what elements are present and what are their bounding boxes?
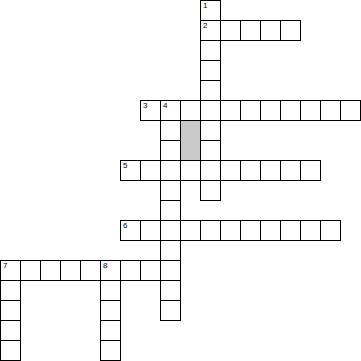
crossword-cell[interactable] (120, 260, 141, 281)
crossword-cell[interactable] (300, 160, 321, 181)
crossword-cell[interactable] (180, 100, 201, 121)
crossword-cell[interactable] (0, 320, 21, 341)
crossword-cell[interactable] (40, 260, 61, 281)
crossword-cell[interactable] (160, 260, 181, 281)
crossword-cell[interactable] (0, 280, 21, 301)
crossword-cell[interactable] (220, 160, 241, 181)
crossword-cell[interactable]: 4 (160, 100, 181, 121)
crossword-cell[interactable]: 1 (200, 0, 221, 21)
crossword-cell[interactable] (160, 220, 181, 241)
crossword-cell[interactable] (180, 160, 201, 181)
crossword-cell[interactable] (200, 220, 221, 241)
crossword-cell[interactable] (20, 260, 41, 281)
crossword-cell[interactable]: 7 (0, 260, 21, 281)
crossword-cell[interactable] (140, 160, 161, 181)
crossword-cell[interactable] (220, 100, 241, 121)
crossword-cell[interactable] (180, 220, 201, 241)
crossword-cell[interactable] (260, 100, 281, 121)
crossword-cell[interactable] (280, 220, 301, 241)
crossword-cell[interactable] (240, 20, 261, 41)
crossword-cell[interactable] (60, 260, 81, 281)
crossword-cell[interactable] (100, 320, 121, 341)
crossword-cell[interactable] (100, 340, 121, 361)
crossword-cell[interactable] (200, 60, 221, 81)
crossword-cell[interactable] (260, 220, 281, 241)
crossword-cell[interactable] (260, 20, 281, 41)
crossword-cell[interactable] (200, 100, 221, 121)
crossword-cell[interactable] (280, 160, 301, 181)
crossword-cell[interactable] (140, 220, 161, 241)
crossword-cell[interactable] (200, 140, 221, 161)
clue-number: 2 (203, 21, 207, 30)
crossword-cell[interactable] (160, 180, 181, 201)
crossword-cell[interactable] (240, 100, 261, 121)
crossword-cell[interactable] (80, 260, 101, 281)
crossword-cell[interactable] (200, 180, 221, 201)
crossword-cell[interactable] (300, 220, 321, 241)
clue-number: 1 (203, 1, 207, 10)
crossword-cell[interactable] (240, 160, 261, 181)
crossword-cell[interactable] (100, 280, 121, 301)
crossword-cell[interactable] (160, 300, 181, 321)
crossword-cell[interactable] (200, 120, 221, 141)
crossword-cell[interactable] (160, 160, 181, 181)
crossword-cell[interactable] (0, 340, 21, 361)
crossword-cell[interactable]: 2 (200, 20, 221, 41)
crossword-cell[interactable] (220, 220, 241, 241)
crossword-cell[interactable] (300, 100, 321, 121)
crossword-cell[interactable] (280, 20, 301, 41)
clue-number: 6 (123, 221, 127, 230)
crossword-cell[interactable] (240, 220, 261, 241)
clue-number: 7 (3, 261, 7, 270)
crossword-cell[interactable] (160, 200, 181, 221)
crossword-cell[interactable] (160, 280, 181, 301)
crossword-board: 12345678 (0, 0, 361, 361)
crossword-cell[interactable] (220, 20, 241, 41)
crossword-cell[interactable]: 8 (100, 260, 121, 281)
crossword-cell[interactable]: 6 (120, 220, 141, 241)
crossword-cell[interactable] (320, 220, 341, 241)
highlighted-cell-block[interactable] (180, 120, 201, 161)
crossword-cell[interactable]: 5 (120, 160, 141, 181)
clue-number: 4 (163, 101, 167, 110)
crossword-cell[interactable] (160, 140, 181, 161)
crossword-cell[interactable] (160, 240, 181, 261)
crossword-cell[interactable] (320, 100, 341, 121)
crossword-cell[interactable] (260, 160, 281, 181)
crossword-cell[interactable] (280, 100, 301, 121)
crossword-cell[interactable] (100, 300, 121, 321)
clue-number: 8 (103, 261, 107, 270)
clue-number: 5 (123, 161, 127, 170)
crossword-cell[interactable]: 3 (140, 100, 161, 121)
crossword-cell[interactable] (0, 300, 21, 321)
crossword-cell[interactable] (200, 40, 221, 61)
crossword-cell[interactable] (140, 260, 161, 281)
crossword-cell[interactable] (340, 100, 361, 121)
crossword-cell[interactable] (160, 120, 181, 141)
crossword-cell[interactable] (200, 80, 221, 101)
crossword-cell[interactable] (200, 160, 221, 181)
clue-number: 3 (143, 101, 147, 110)
